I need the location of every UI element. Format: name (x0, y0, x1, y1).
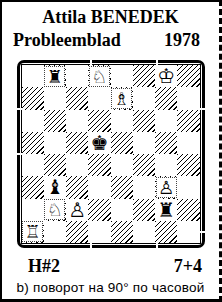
square-c1 (66, 221, 88, 243)
piece-halo: ♘ (44, 199, 65, 220)
square-a8 (22, 65, 44, 87)
square-c6 (66, 110, 88, 132)
frame-notch (199, 108, 205, 110)
square-f8 (133, 65, 155, 87)
square-e1 (111, 221, 133, 243)
square-f6 (133, 110, 155, 132)
square-c7 (66, 87, 88, 109)
stipulation-row: H#2 7+4 (2, 255, 219, 277)
board: ♜♘♔♗♚♝♙♘♙♜♖ (22, 65, 200, 243)
source-line: Probleemblad 1978 (2, 29, 219, 52)
frame-notch (17, 153, 23, 155)
square-e6 (111, 110, 133, 132)
board-inner-frame: ♜♘♔♗♚♝♙♘♙♜♖ (21, 64, 201, 244)
square-g1 (155, 221, 177, 243)
square-b6 (44, 110, 66, 132)
piece-black-rook: ♜ (157, 199, 175, 221)
square-a1: ♖ (22, 221, 44, 243)
frame-notch (90, 242, 92, 248)
square-h2 (177, 199, 199, 221)
square-d4 (88, 154, 110, 176)
frame-notch (199, 231, 205, 233)
square-d3 (88, 176, 110, 198)
square-f1 (133, 221, 155, 243)
square-h6 (177, 110, 199, 132)
square-a3 (22, 176, 44, 198)
piece-white-bishop: ♗ (114, 89, 130, 108)
square-e2 (111, 199, 133, 221)
square-e7: ♗ (111, 87, 133, 109)
piece-white-knight: ♘ (47, 200, 63, 219)
square-c8 (66, 65, 88, 87)
square-c4 (66, 154, 88, 176)
header: Attila BENEDEK Probleemblad 1978 (2, 2, 219, 52)
square-a7 (22, 87, 44, 109)
square-b1 (44, 221, 66, 243)
square-c5 (66, 132, 88, 154)
square-e3 (111, 176, 133, 198)
piece-halo: ♖ (22, 221, 43, 242)
square-a2 (22, 199, 44, 221)
square-f4 (133, 154, 155, 176)
piece-black-king: ♚ (90, 132, 108, 154)
piece-halo: ♜ (44, 66, 65, 87)
square-g7 (155, 87, 177, 109)
square-d7 (88, 87, 110, 109)
square-d6 (88, 110, 110, 132)
piece-white-rook: ♖ (25, 222, 41, 241)
square-h8 (177, 65, 199, 87)
square-a4 (22, 154, 44, 176)
frame-notch (17, 108, 23, 110)
frame-notch (156, 60, 158, 66)
piece-halo: ♙ (156, 177, 177, 198)
stipulation-label: H#2 (28, 255, 60, 277)
square-g6 (155, 110, 177, 132)
square-f2 (133, 199, 155, 221)
square-d5: ♚ (88, 132, 110, 154)
square-a6 (22, 110, 44, 132)
problem-diagram-card: Attila BENEDEK Probleemblad 1978 ♜♘♔♗♚♝♙… (0, 0, 222, 302)
frame-notch (90, 60, 92, 66)
square-d1 (88, 221, 110, 243)
piece-halo: ♗ (111, 88, 132, 109)
material-count: 7+4 (174, 255, 202, 277)
piece-white-king: ♔ (157, 65, 175, 87)
square-b2: ♘ (44, 199, 66, 221)
piece-black-bishop: ♝ (46, 176, 64, 198)
square-b8: ♜ (44, 65, 66, 87)
square-f7 (133, 87, 155, 109)
piece-halo: ♘ (89, 66, 110, 87)
square-d8: ♘ (88, 65, 110, 87)
square-d2 (88, 199, 110, 221)
square-b5 (44, 132, 66, 154)
piece-black-rook: ♜ (47, 67, 63, 86)
square-f5 (133, 132, 155, 154)
twin-caption: b) поворот на 90° по часовой (2, 279, 219, 296)
board-frame: ♜♘♔♗♚♝♙♘♙♜♖ (17, 60, 205, 248)
square-e5 (111, 132, 133, 154)
square-g5 (155, 132, 177, 154)
square-b3: ♝ (44, 176, 66, 198)
square-e8 (111, 65, 133, 87)
square-f3 (133, 176, 155, 198)
frame-notch (156, 242, 158, 248)
square-e4 (111, 154, 133, 176)
square-a5 (22, 132, 44, 154)
piece-white-knight: ♘ (91, 67, 107, 86)
square-h5 (177, 132, 199, 154)
square-g8: ♔ (155, 65, 177, 87)
piece-white-pawn: ♙ (68, 199, 86, 221)
square-b7 (44, 87, 66, 109)
piece-white-pawn: ♙ (158, 178, 174, 197)
square-h3 (177, 176, 199, 198)
author-name: Attila BENEDEK (2, 6, 219, 29)
square-c2: ♙ (66, 199, 88, 221)
square-g4 (155, 154, 177, 176)
square-b4 (44, 154, 66, 176)
source-title: Probleemblad (13, 29, 121, 52)
square-h7 (177, 87, 199, 109)
square-c3 (66, 176, 88, 198)
square-h1 (177, 221, 199, 243)
square-h4 (177, 154, 199, 176)
square-g3: ♙ (155, 176, 177, 198)
square-g2: ♜ (155, 199, 177, 221)
source-year: 1978 (164, 29, 200, 52)
